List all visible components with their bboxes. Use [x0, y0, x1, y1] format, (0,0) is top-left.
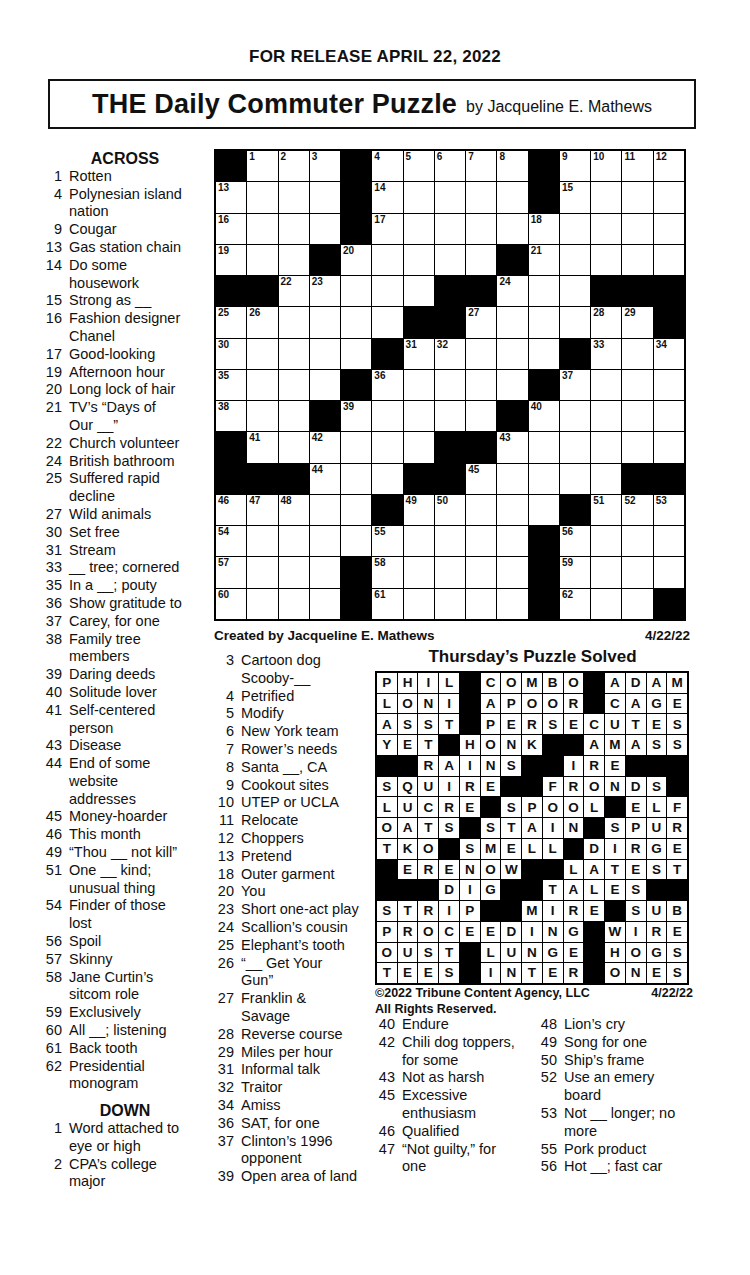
clue-text: End of some website addresses [69, 755, 150, 808]
grid-cell[interactable] [497, 214, 527, 244]
cell-number: 20 [343, 245, 354, 257]
grid-cell[interactable]: 37 [560, 370, 590, 400]
grid-cell[interactable]: 48 [279, 495, 309, 525]
grid-cell[interactable] [622, 401, 652, 431]
grid-cell[interactable] [310, 526, 340, 556]
clue-number: 13 [38, 239, 62, 257]
clue-item: 53Not __ longer; no more [535, 1105, 713, 1141]
grid-cell[interactable]: 55 [372, 526, 402, 556]
grid-cell[interactable] [404, 370, 434, 400]
grid-cell[interactable]: 60 [216, 589, 246, 619]
clue-text: CPA’s college major [69, 1156, 157, 1192]
solution-cell: O [605, 963, 625, 983]
grid-cell[interactable]: 7 [466, 151, 496, 181]
grid-cell[interactable] [247, 557, 277, 587]
clue-item: 27Franklin & Savage [204, 990, 374, 1026]
clue-text: SAT, for one [241, 1115, 320, 1133]
black-cell [522, 860, 542, 880]
cell-letter: E [403, 863, 412, 877]
cell-letter: N [506, 966, 516, 980]
grid-cell[interactable] [466, 557, 496, 587]
cell-letter: E [465, 801, 474, 815]
grid-cell[interactable] [591, 526, 621, 556]
grid-cell[interactable] [529, 339, 559, 369]
clue-text: Lion’s cry [564, 1016, 625, 1034]
grid-cell[interactable] [404, 401, 434, 431]
cell-letter: O [630, 946, 641, 960]
grid-cell[interactable] [560, 307, 590, 337]
clue-item: 16Fashion designer Chanel [38, 310, 212, 346]
solution-cell: E [667, 839, 687, 859]
grid-cell[interactable] [497, 464, 527, 494]
grid-cell[interactable]: 34 [654, 339, 684, 369]
grid-cell[interactable]: 30 [216, 339, 246, 369]
clue-item: 5Modify [204, 705, 374, 723]
grid-cell[interactable] [435, 182, 465, 212]
black-cell [398, 756, 418, 776]
grid-cell[interactable]: 17 [372, 214, 402, 244]
cell-letter: O [610, 966, 621, 980]
grid-cell[interactable] [466, 339, 496, 369]
clue-item: 62Presidential monogram [38, 1058, 212, 1094]
grid-cell[interactable] [247, 339, 277, 369]
clue-number: 34 [204, 1097, 234, 1115]
clue-text: Not __ longer; no more [564, 1105, 675, 1141]
release-line: FOR RELEASE APRIL 22, 2022 [0, 47, 750, 67]
solution-date: 4/22/22 [651, 985, 693, 1001]
grid-cell[interactable]: 5 [404, 151, 434, 181]
grid-cell[interactable]: 61 [372, 589, 402, 619]
grid-cell[interactable] [279, 589, 309, 619]
grid-cell[interactable] [497, 307, 527, 337]
cell-letter: R [569, 697, 579, 711]
grid-cell[interactable] [622, 370, 652, 400]
grid-cell[interactable] [654, 526, 684, 556]
black-cell [481, 901, 501, 921]
grid-cell[interactable]: 54 [216, 526, 246, 556]
grid-cell[interactable] [591, 401, 621, 431]
cell-letter: M [609, 738, 620, 752]
grid-cell[interactable] [622, 589, 652, 619]
grid-cell[interactable] [247, 526, 277, 556]
grid-cell[interactable] [497, 339, 527, 369]
grid-cell[interactable] [310, 339, 340, 369]
grid-cell[interactable]: 19 [216, 245, 246, 275]
cell-letter: T [528, 966, 536, 980]
grid-cell[interactable] [591, 245, 621, 275]
solution-cell: T [439, 714, 459, 734]
grid-cell[interactable] [466, 370, 496, 400]
solution-cell: M [522, 673, 542, 693]
grid-cell[interactable] [341, 495, 371, 525]
grid-cell[interactable]: 32 [435, 339, 465, 369]
solution-cell: P [377, 673, 397, 693]
clue-text: Polynesian island nation [69, 186, 182, 222]
grid-cell[interactable]: 46 [216, 495, 246, 525]
cell-number: 23 [312, 276, 323, 288]
black-cell [439, 735, 459, 755]
grid-cell[interactable] [591, 557, 621, 587]
grid-cell[interactable]: 41 [247, 432, 277, 462]
grid-cell[interactable]: 53 [654, 495, 684, 525]
cell-number: 28 [593, 307, 604, 319]
clue-item: 43Disease [38, 737, 212, 755]
grid-cell[interactable] [372, 432, 402, 462]
grid-cell[interactable] [279, 401, 309, 431]
clue-item: 39Open area of land [204, 1168, 374, 1186]
grid-cell[interactable] [497, 495, 527, 525]
solution-cell: T [377, 963, 397, 983]
grid-cell[interactable] [560, 245, 590, 275]
solution-cell: E [647, 963, 667, 983]
solution-cell: O [398, 694, 418, 714]
grid-cell[interactable] [622, 339, 652, 369]
cell-letter: O [382, 946, 393, 960]
clue-text: Back tooth [69, 1040, 138, 1058]
clue-text: Franklin & Savage [241, 990, 306, 1026]
solution-cell: S [647, 735, 667, 755]
grid-cell[interactable]: 24 [497, 276, 527, 306]
grid-cell[interactable]: 58 [372, 557, 402, 587]
grid-cell[interactable] [435, 370, 465, 400]
grid-cell[interactable] [404, 432, 434, 462]
black-cell [543, 735, 563, 755]
cell-letter: E [673, 842, 682, 856]
grid-cell[interactable] [247, 401, 277, 431]
solution-cell: P [377, 922, 397, 942]
grid-cell[interactable] [279, 182, 309, 212]
clue-number: 25 [204, 937, 234, 955]
grid-cell[interactable] [560, 432, 590, 462]
cell-number: 31 [406, 339, 417, 351]
cell-number: 9 [562, 151, 568, 163]
cell-letter: R [569, 904, 579, 918]
grid-cell[interactable]: 49 [404, 495, 434, 525]
grid-cell[interactable]: 59 [560, 557, 590, 587]
solution-cell: E [460, 797, 480, 817]
grid-cell[interactable]: 4 [372, 151, 402, 181]
grid-cell[interactable]: 2 [279, 151, 309, 181]
grid-cell[interactable] [341, 276, 371, 306]
grid-cell[interactable]: 62 [560, 589, 590, 619]
grid-cell[interactable] [372, 245, 402, 275]
grid-cell[interactable] [466, 182, 496, 212]
grid-cell[interactable] [404, 526, 434, 556]
grid-cell[interactable] [310, 182, 340, 212]
solution-cell: A [377, 714, 397, 734]
grid-cell[interactable] [466, 245, 496, 275]
cell-number: 43 [499, 432, 510, 444]
grid-cell[interactable] [466, 495, 496, 525]
grid-cell[interactable] [466, 589, 496, 619]
grid-cell[interactable] [529, 307, 559, 337]
grid-cell[interactable]: 35 [216, 370, 246, 400]
grid-cell[interactable]: 28 [591, 307, 621, 337]
grid-cell[interactable]: 21 [529, 245, 559, 275]
grid-cell[interactable] [466, 526, 496, 556]
black-cell [341, 214, 371, 244]
grid-cell[interactable] [560, 401, 590, 431]
grid-cell[interactable] [591, 182, 621, 212]
cell-number: 22 [281, 276, 292, 288]
grid-cell[interactable]: 1 [247, 151, 277, 181]
grid-cell[interactable] [622, 557, 652, 587]
grid-cell[interactable] [591, 464, 621, 494]
cell-letter: S [673, 718, 682, 732]
cell-number: 39 [343, 401, 354, 413]
solution-cell: B [667, 901, 687, 921]
clue-item: 15Strong as __ [38, 292, 212, 310]
clue-number: 1 [38, 168, 62, 186]
grid-cell[interactable] [497, 589, 527, 619]
grid-cell[interactable] [435, 401, 465, 431]
solution-cell: N [543, 922, 563, 942]
grid-cell[interactable]: 52 [622, 495, 652, 525]
grid-cell[interactable] [341, 339, 371, 369]
grid-cell[interactable] [622, 526, 652, 556]
clue-item: 19Afternoon hour [38, 364, 212, 382]
cell-letter: I [426, 676, 430, 690]
solution-cell: E [460, 922, 480, 942]
grid-cell[interactable] [404, 589, 434, 619]
solution-cell: N [626, 963, 646, 983]
grid-cell[interactable]: 29 [622, 307, 652, 337]
grid-cell[interactable]: 57 [216, 557, 246, 587]
grid-cell[interactable] [341, 307, 371, 337]
grid-cell[interactable] [404, 276, 434, 306]
grid-cell[interactable] [372, 276, 402, 306]
grid-cell[interactable] [372, 464, 402, 494]
grid-cell[interactable]: 44 [310, 464, 340, 494]
grid-cell[interactable] [497, 526, 527, 556]
grid-cell[interactable]: 47 [247, 495, 277, 525]
grid-cell[interactable] [247, 182, 277, 212]
solution-cell: L [522, 839, 542, 859]
grid-cell[interactable] [654, 557, 684, 587]
grid-cell[interactable]: 33 [591, 339, 621, 369]
cell-letter: T [424, 821, 432, 835]
cell-letter: P [382, 676, 391, 690]
solution-cell: E [626, 797, 646, 817]
grid-cell[interactable]: 38 [216, 401, 246, 431]
grid-cell[interactable] [529, 464, 559, 494]
grid-cell[interactable]: 23 [310, 276, 340, 306]
grid-cell[interactable]: 20 [341, 245, 371, 275]
grid-cell[interactable]: 18 [529, 214, 559, 244]
grid-cell[interactable] [279, 339, 309, 369]
grid-cell[interactable] [279, 557, 309, 587]
grid-cell[interactable] [529, 432, 559, 462]
grid-cell[interactable] [497, 182, 527, 212]
clue-number: 30 [38, 524, 62, 542]
grid-cell[interactable]: 43 [497, 432, 527, 462]
grid-cell[interactable] [466, 401, 496, 431]
grid-cell[interactable] [654, 182, 684, 212]
grid-cell[interactable]: 12 [654, 151, 684, 181]
black-cell [404, 464, 434, 494]
grid-cell[interactable] [591, 214, 621, 244]
grid-cell[interactable]: 16 [216, 214, 246, 244]
grid-cell[interactable] [654, 432, 684, 462]
grid-cell[interactable] [435, 589, 465, 619]
cell-letter: N [506, 738, 516, 752]
cell-letter: F [673, 801, 681, 815]
grid-cell[interactable] [341, 432, 371, 462]
clue-text: Qualified [402, 1123, 459, 1141]
grid-cell[interactable] [497, 557, 527, 587]
cell-letter: G [485, 883, 496, 897]
grid-cell[interactable]: 27 [466, 307, 496, 337]
grid-cell[interactable] [279, 245, 309, 275]
grid-cell[interactable]: 25 [216, 307, 246, 337]
grid-cell[interactable]: 36 [372, 370, 402, 400]
grid-cell[interactable] [279, 307, 309, 337]
solution-cell: I [460, 756, 480, 776]
grid-cell[interactable] [560, 464, 590, 494]
clue-number: 50 [535, 1052, 557, 1070]
solution-cell: N [418, 694, 438, 714]
grid-cell[interactable] [310, 370, 340, 400]
grid-cell[interactable] [654, 245, 684, 275]
clue-column-bottom-right: 48Lion’s cry49Song for one50Ship’s frame… [535, 1016, 713, 1176]
grid-cell[interactable] [247, 370, 277, 400]
grid-cell[interactable] [591, 370, 621, 400]
grid-cell[interactable] [310, 307, 340, 337]
cell-letter: N [548, 925, 558, 939]
grid-cell[interactable] [372, 401, 402, 431]
solution-cell: I [481, 963, 501, 983]
grid-cell[interactable]: 51 [591, 495, 621, 525]
grid-cell[interactable] [404, 182, 434, 212]
grid-cell[interactable] [404, 214, 434, 244]
grid-cell[interactable] [247, 245, 277, 275]
grid-cell[interactable]: 40 [529, 401, 559, 431]
cell-letter: E [590, 904, 599, 918]
grid-cell[interactable] [279, 370, 309, 400]
black-cell [543, 756, 563, 776]
grid-cell[interactable] [654, 401, 684, 431]
black-cell [564, 839, 584, 859]
grid-cell[interactable]: 22 [279, 276, 309, 306]
grid-cell[interactable]: 15 [560, 182, 590, 212]
clue-text: Reverse course [241, 1026, 343, 1044]
cell-letter: S [507, 801, 516, 815]
grid-cell[interactable] [310, 495, 340, 525]
clue-item: 42Chili dog toppers, for some [375, 1034, 537, 1070]
grid-cell[interactable] [622, 432, 652, 462]
cell-number: 34 [656, 339, 667, 351]
grid-cell[interactable] [435, 214, 465, 244]
grid-cell[interactable] [279, 526, 309, 556]
grid-cell[interactable] [279, 214, 309, 244]
cell-letter: L [569, 863, 577, 877]
grid-cell[interactable]: 8 [497, 151, 527, 181]
grid-cell[interactable] [435, 526, 465, 556]
grid-cell[interactable] [341, 526, 371, 556]
grid-cell[interactable]: 42 [310, 432, 340, 462]
clue-text: Excessive enthusiasm [402, 1087, 476, 1123]
grid-cell[interactable] [622, 245, 652, 275]
grid-cell[interactable] [247, 589, 277, 619]
grid-cell[interactable] [497, 370, 527, 400]
cell-letter: S [673, 946, 682, 960]
grid-cell[interactable]: 26 [247, 307, 277, 337]
grid-cell[interactable] [435, 557, 465, 587]
grid-cell[interactable]: 6 [435, 151, 465, 181]
grid-cell[interactable] [435, 245, 465, 275]
grid-cell[interactable]: 39 [341, 401, 371, 431]
cell-number: 27 [468, 307, 479, 319]
black-cell [501, 901, 521, 921]
grid-cell[interactable]: 11 [622, 151, 652, 181]
solution-cell: P [626, 818, 646, 838]
cell-letter: O [402, 697, 413, 711]
grid-cell[interactable] [310, 557, 340, 587]
grid-cell[interactable]: 56 [560, 526, 590, 556]
grid-cell[interactable] [591, 432, 621, 462]
cell-letter: T [403, 904, 411, 918]
grid-cell[interactable]: 31 [404, 339, 434, 369]
grid-cell[interactable]: 14 [372, 182, 402, 212]
solution-cell: S [626, 901, 646, 921]
cell-letter: L [652, 801, 660, 815]
grid-cell[interactable] [372, 307, 402, 337]
clue-text: Afternoon hour [69, 364, 165, 382]
grid-cell[interactable] [341, 464, 371, 494]
black-cell [564, 735, 584, 755]
cell-letter: I [447, 904, 451, 918]
clue-text: Pretend [241, 848, 292, 866]
grid-cell[interactable] [310, 214, 340, 244]
grid-cell[interactable]: 3 [310, 151, 340, 181]
grid-cell[interactable] [591, 589, 621, 619]
clue-text: Elephant’s tooth [241, 937, 345, 955]
cell-letter: O [485, 863, 496, 877]
grid-cell[interactable] [654, 370, 684, 400]
grid-cell[interactable] [404, 245, 434, 275]
cell-number: 29 [624, 307, 635, 319]
grid-cell[interactable] [560, 276, 590, 306]
grid-cell[interactable]: 9 [560, 151, 590, 181]
clue-number: 11 [204, 812, 234, 830]
grid-cell[interactable]: 50 [435, 495, 465, 525]
grid-cell[interactable] [654, 214, 684, 244]
grid-cell[interactable] [310, 589, 340, 619]
solution-cell: E [667, 694, 687, 714]
solution-cell: G [647, 943, 667, 963]
clue-item: 57Skinny [38, 951, 212, 969]
black-cell [654, 464, 684, 494]
solution-cell: U [647, 818, 667, 838]
cell-number: 40 [531, 401, 542, 413]
cell-letter: O [547, 697, 558, 711]
solution-cell: C [605, 694, 625, 714]
grid-cell[interactable] [529, 276, 559, 306]
grid-cell[interactable] [622, 182, 652, 212]
grid-cell[interactable]: 13 [216, 182, 246, 212]
grid-cell[interactable]: 10 [591, 151, 621, 181]
grid-cell[interactable] [466, 214, 496, 244]
grid-cell[interactable] [560, 214, 590, 244]
grid-cell[interactable]: 45 [466, 464, 496, 494]
grid-cell[interactable] [247, 214, 277, 244]
grid-cell[interactable] [529, 495, 559, 525]
grid-cell[interactable] [279, 432, 309, 462]
clue-item: 3Cartoon dog Scooby-__ [204, 652, 374, 688]
grid-cell[interactable] [404, 557, 434, 587]
clue-item: 20Long lock of hair [38, 381, 212, 399]
grid-cell[interactable] [622, 214, 652, 244]
